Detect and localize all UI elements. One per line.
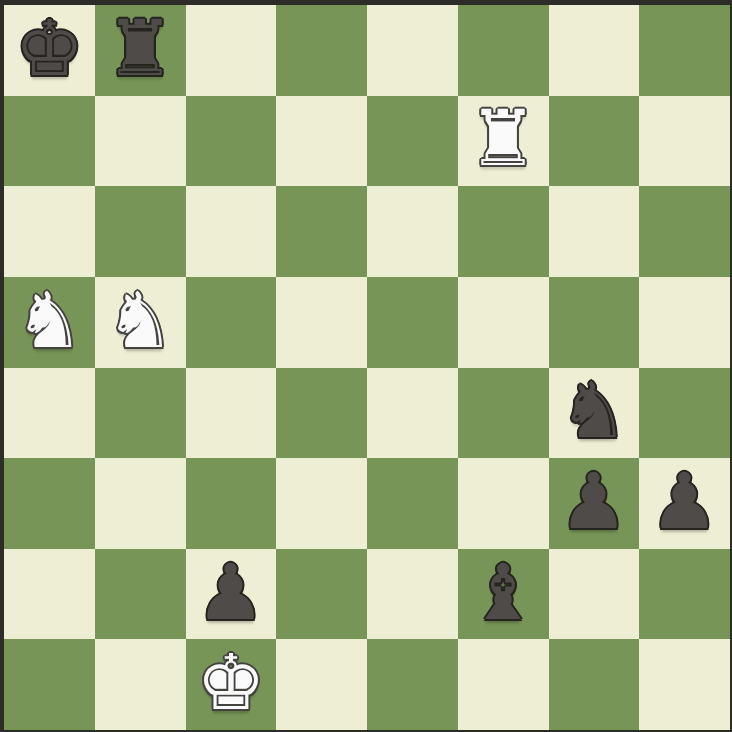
square-g6[interactable] — [549, 186, 640, 277]
square-f2[interactable]: ♝ — [458, 549, 549, 640]
piece-white-knight[interactable]: ♞ — [15, 282, 84, 359]
square-e5[interactable] — [367, 277, 458, 368]
piece-black-knight[interactable]: ♞ — [559, 372, 628, 449]
chess-board: ♚♜♜♞♞♞♟♟♟♝♚ — [0, 0, 732, 732]
square-e1[interactable] — [367, 639, 458, 730]
square-g5[interactable] — [549, 277, 640, 368]
square-h4[interactable] — [639, 368, 730, 459]
square-b5[interactable]: ♞ — [95, 277, 186, 368]
square-c7[interactable] — [186, 96, 277, 187]
square-d6[interactable] — [276, 186, 367, 277]
square-e6[interactable] — [367, 186, 458, 277]
square-a3[interactable] — [4, 458, 95, 549]
piece-black-bishop[interactable]: ♝ — [469, 554, 538, 631]
piece-black-king[interactable]: ♚ — [15, 10, 84, 87]
piece-black-pawn[interactable]: ♟ — [196, 554, 265, 631]
square-f1[interactable] — [458, 639, 549, 730]
square-h1[interactable] — [639, 639, 730, 730]
square-f3[interactable] — [458, 458, 549, 549]
square-a6[interactable] — [4, 186, 95, 277]
square-d2[interactable] — [276, 549, 367, 640]
square-g7[interactable] — [549, 96, 640, 187]
square-f6[interactable] — [458, 186, 549, 277]
square-h5[interactable] — [639, 277, 730, 368]
square-e8[interactable] — [367, 5, 458, 96]
square-e2[interactable] — [367, 549, 458, 640]
square-e4[interactable] — [367, 368, 458, 459]
square-a8[interactable]: ♚ — [4, 5, 95, 96]
piece-white-rook[interactable]: ♜ — [469, 100, 538, 177]
square-a5[interactable]: ♞ — [4, 277, 95, 368]
square-g1[interactable] — [549, 639, 640, 730]
square-f4[interactable] — [458, 368, 549, 459]
piece-black-rook[interactable]: ♜ — [106, 10, 175, 87]
square-c5[interactable] — [186, 277, 277, 368]
square-d8[interactable] — [276, 5, 367, 96]
square-b1[interactable] — [95, 639, 186, 730]
square-c4[interactable] — [186, 368, 277, 459]
square-d1[interactable] — [276, 639, 367, 730]
square-b8[interactable]: ♜ — [95, 5, 186, 96]
square-g4[interactable]: ♞ — [549, 368, 640, 459]
square-a4[interactable] — [4, 368, 95, 459]
square-d3[interactable] — [276, 458, 367, 549]
square-f5[interactable] — [458, 277, 549, 368]
piece-black-pawn[interactable]: ♟ — [559, 463, 628, 540]
square-d4[interactable] — [276, 368, 367, 459]
square-c8[interactable] — [186, 5, 277, 96]
square-g8[interactable] — [549, 5, 640, 96]
square-e7[interactable] — [367, 96, 458, 187]
square-g3[interactable]: ♟ — [549, 458, 640, 549]
square-b2[interactable] — [95, 549, 186, 640]
piece-white-knight[interactable]: ♞ — [106, 282, 175, 359]
square-g2[interactable] — [549, 549, 640, 640]
square-a7[interactable] — [4, 96, 95, 187]
square-c2[interactable]: ♟ — [186, 549, 277, 640]
square-c6[interactable] — [186, 186, 277, 277]
square-e3[interactable] — [367, 458, 458, 549]
square-h3[interactable]: ♟ — [639, 458, 730, 549]
square-c1[interactable]: ♚ — [186, 639, 277, 730]
square-h6[interactable] — [639, 186, 730, 277]
piece-black-pawn[interactable]: ♟ — [650, 463, 719, 540]
square-b3[interactable] — [95, 458, 186, 549]
square-a2[interactable] — [4, 549, 95, 640]
square-a1[interactable] — [4, 639, 95, 730]
square-d7[interactable] — [276, 96, 367, 187]
square-d5[interactable] — [276, 277, 367, 368]
piece-white-king[interactable]: ♚ — [196, 644, 265, 721]
square-b7[interactable] — [95, 96, 186, 187]
square-b4[interactable] — [95, 368, 186, 459]
square-f7[interactable]: ♜ — [458, 96, 549, 187]
square-f8[interactable] — [458, 5, 549, 96]
square-c3[interactable] — [186, 458, 277, 549]
square-h2[interactable] — [639, 549, 730, 640]
square-h8[interactable] — [639, 5, 730, 96]
square-b6[interactable] — [95, 186, 186, 277]
square-h7[interactable] — [639, 96, 730, 187]
